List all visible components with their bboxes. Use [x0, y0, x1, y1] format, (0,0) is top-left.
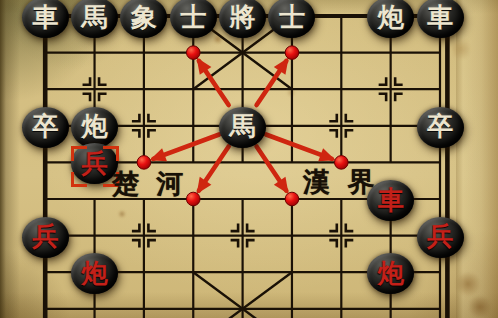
move-target-dot[interactable] [285, 46, 299, 60]
knight-move-arrow [257, 147, 287, 191]
red-soldier[interactable]: 兵 [417, 217, 464, 258]
piece-character: 卒 [32, 113, 58, 139]
piece-character: 士 [180, 4, 206, 30]
black-horse[interactable]: 馬 [219, 107, 266, 148]
piece-character: 兵 [427, 223, 453, 249]
knight-move-arrow [153, 134, 219, 158]
move-target-dot[interactable] [186, 192, 200, 206]
piece-character: 卒 [427, 113, 453, 139]
piece-character: 炮 [378, 260, 404, 286]
move-target-dot[interactable] [285, 192, 299, 206]
river-label-chu-he: 楚 河 [112, 166, 187, 202]
piece-character: 車 [427, 4, 453, 30]
move-target-dot[interactable] [186, 46, 200, 60]
piece-character: 馬 [82, 4, 108, 30]
piece-character: 炮 [378, 4, 404, 30]
piece-character: 士 [279, 4, 305, 30]
red-cannon[interactable]: 炮 [71, 253, 118, 294]
knight-move-arrow [266, 134, 332, 158]
piece-character: 馬 [230, 113, 256, 139]
piece-character: 炮 [82, 260, 108, 286]
piece-character: 將 [230, 4, 256, 30]
black-soldier[interactable]: 卒 [22, 107, 69, 148]
black-chariot[interactable]: 車 [417, 0, 464, 38]
black-chariot[interactable]: 車 [22, 0, 69, 38]
river-label-han-jie: 漢 界 [303, 164, 378, 200]
knight-move-arrow [199, 147, 229, 191]
black-advisor[interactable]: 士 [170, 0, 217, 38]
piece-character: 車 [32, 4, 58, 30]
xiangqi-board: 車馬象士將士炮車卒炮馬卒兵車兵兵炮炮 楚 河 漢 界 [0, 0, 498, 318]
red-soldier[interactable]: 兵 [22, 217, 69, 258]
piece-character: 象 [131, 4, 157, 30]
piece-character: 車 [378, 187, 404, 213]
piece-character: 兵 [32, 223, 58, 249]
piece-character: 炮 [82, 113, 108, 139]
piece-character: 兵 [82, 150, 108, 176]
black-soldier[interactable]: 卒 [417, 107, 464, 148]
black-cannon[interactable]: 炮 [71, 107, 118, 148]
